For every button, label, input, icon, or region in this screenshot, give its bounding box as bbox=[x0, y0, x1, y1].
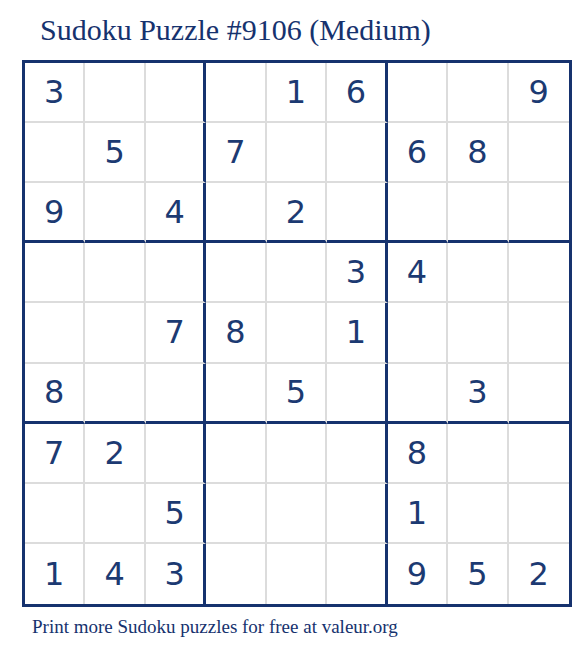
sudoku-cell-r3c7[interactable] bbox=[388, 183, 448, 243]
sudoku-cell-r4c2[interactable] bbox=[85, 243, 145, 303]
sudoku-cell-r5c5[interactable] bbox=[267, 303, 327, 363]
footer-text: Print more Sudoku puzzles for free at va… bbox=[32, 616, 398, 638]
sudoku-cell-r9c5[interactable] bbox=[267, 544, 327, 604]
sudoku-cell-r8c8[interactable] bbox=[448, 484, 508, 544]
sudoku-cell-r2c5[interactable] bbox=[267, 123, 327, 183]
sudoku-cell-r1c5[interactable]: 1 bbox=[267, 63, 327, 123]
sudoku-cell-r2c7[interactable]: 6 bbox=[388, 123, 448, 183]
sudoku-board: 316957689423478185372851143952 bbox=[22, 60, 572, 607]
sudoku-cell-r4c8[interactable] bbox=[448, 243, 508, 303]
sudoku-cell-r9c4[interactable] bbox=[206, 544, 266, 604]
sudoku-cell-r5c2[interactable] bbox=[85, 303, 145, 363]
sudoku-cell-r3c3[interactable]: 4 bbox=[146, 183, 206, 243]
sudoku-cell-r8c9[interactable] bbox=[509, 484, 569, 544]
sudoku-cell-r3c9[interactable] bbox=[509, 183, 569, 243]
sudoku-cell-r4c6[interactable]: 3 bbox=[327, 243, 387, 303]
sudoku-cell-r7c4[interactable] bbox=[206, 424, 266, 484]
sudoku-cell-r5c3[interactable]: 7 bbox=[146, 303, 206, 363]
sudoku-cell-r6c1[interactable]: 8 bbox=[25, 364, 85, 424]
sudoku-cell-r4c9[interactable] bbox=[509, 243, 569, 303]
sudoku-cell-r3c8[interactable] bbox=[448, 183, 508, 243]
sudoku-cell-r3c6[interactable] bbox=[327, 183, 387, 243]
sudoku-cell-r2c4[interactable]: 7 bbox=[206, 123, 266, 183]
sudoku-cell-r2c8[interactable]: 8 bbox=[448, 123, 508, 183]
sudoku-cell-r1c4[interactable] bbox=[206, 63, 266, 123]
sudoku-cell-r6c2[interactable] bbox=[85, 364, 145, 424]
sudoku-cell-r6c9[interactable] bbox=[509, 364, 569, 424]
sudoku-cell-r3c1[interactable]: 9 bbox=[25, 183, 85, 243]
sudoku-cell-r5c6[interactable]: 1 bbox=[327, 303, 387, 363]
page-title: Sudoku Puzzle #9106 (Medium) bbox=[40, 13, 431, 47]
sudoku-cell-r5c9[interactable] bbox=[509, 303, 569, 363]
sudoku-cell-r5c8[interactable] bbox=[448, 303, 508, 363]
sudoku-cell-r6c6[interactable] bbox=[327, 364, 387, 424]
sudoku-cell-r5c4[interactable]: 8 bbox=[206, 303, 266, 363]
sudoku-cell-r9c8[interactable]: 5 bbox=[448, 544, 508, 604]
sudoku-cell-r6c5[interactable]: 5 bbox=[267, 364, 327, 424]
sudoku-cell-r1c8[interactable] bbox=[448, 63, 508, 123]
sudoku-cell-r8c5[interactable] bbox=[267, 484, 327, 544]
sudoku-cell-r9c9[interactable]: 2 bbox=[509, 544, 569, 604]
sudoku-cell-r8c7[interactable]: 1 bbox=[388, 484, 448, 544]
sudoku-cell-r6c7[interactable] bbox=[388, 364, 448, 424]
sudoku-cell-r1c7[interactable] bbox=[388, 63, 448, 123]
sudoku-cell-r7c7[interactable]: 8 bbox=[388, 424, 448, 484]
sudoku-cell-r8c4[interactable] bbox=[206, 484, 266, 544]
sudoku-cell-r4c7[interactable]: 4 bbox=[388, 243, 448, 303]
sudoku-cell-r8c6[interactable] bbox=[327, 484, 387, 544]
sudoku-cell-r1c6[interactable]: 6 bbox=[327, 63, 387, 123]
sudoku-cell-r7c8[interactable] bbox=[448, 424, 508, 484]
sudoku-cell-r7c6[interactable] bbox=[327, 424, 387, 484]
sudoku-cell-r5c7[interactable] bbox=[388, 303, 448, 363]
sudoku-cell-r4c3[interactable] bbox=[146, 243, 206, 303]
sudoku-cell-r4c4[interactable] bbox=[206, 243, 266, 303]
sudoku-cell-r7c3[interactable] bbox=[146, 424, 206, 484]
sudoku-cell-r7c5[interactable] bbox=[267, 424, 327, 484]
sudoku-cell-r7c1[interactable]: 7 bbox=[25, 424, 85, 484]
sudoku-cell-r6c3[interactable] bbox=[146, 364, 206, 424]
sudoku-cell-r9c3[interactable]: 3 bbox=[146, 544, 206, 604]
sudoku-cell-r1c1[interactable]: 3 bbox=[25, 63, 85, 123]
sudoku-cell-r8c1[interactable] bbox=[25, 484, 85, 544]
sudoku-cell-r2c6[interactable] bbox=[327, 123, 387, 183]
sudoku-cell-r9c7[interactable]: 9 bbox=[388, 544, 448, 604]
sudoku-cell-r6c4[interactable] bbox=[206, 364, 266, 424]
sudoku-cell-r1c3[interactable] bbox=[146, 63, 206, 123]
sudoku-cell-r3c4[interactable] bbox=[206, 183, 266, 243]
sudoku-cell-r7c2[interactable]: 2 bbox=[85, 424, 145, 484]
sudoku-cell-r2c3[interactable] bbox=[146, 123, 206, 183]
sudoku-cell-r3c5[interactable]: 2 bbox=[267, 183, 327, 243]
sudoku-cell-r4c5[interactable] bbox=[267, 243, 327, 303]
sudoku-cell-r8c2[interactable] bbox=[85, 484, 145, 544]
sudoku-cell-r3c2[interactable] bbox=[85, 183, 145, 243]
sudoku-cell-r4c1[interactable] bbox=[25, 243, 85, 303]
sudoku-cell-r6c8[interactable]: 3 bbox=[448, 364, 508, 424]
sudoku-cell-r9c6[interactable] bbox=[327, 544, 387, 604]
sudoku-cell-r5c1[interactable] bbox=[25, 303, 85, 363]
sudoku-cell-r9c1[interactable]: 1 bbox=[25, 544, 85, 604]
sudoku-cell-r9c2[interactable]: 4 bbox=[85, 544, 145, 604]
sudoku-cell-r7c9[interactable] bbox=[509, 424, 569, 484]
sudoku-cell-r2c2[interactable]: 5 bbox=[85, 123, 145, 183]
page: Sudoku Puzzle #9106 (Medium) 31695768942… bbox=[0, 0, 574, 651]
sudoku-cell-r2c1[interactable] bbox=[25, 123, 85, 183]
sudoku-cell-r2c9[interactable] bbox=[509, 123, 569, 183]
sudoku-cell-r1c9[interactable]: 9 bbox=[509, 63, 569, 123]
sudoku-cell-r1c2[interactable] bbox=[85, 63, 145, 123]
sudoku-cell-r8c3[interactable]: 5 bbox=[146, 484, 206, 544]
